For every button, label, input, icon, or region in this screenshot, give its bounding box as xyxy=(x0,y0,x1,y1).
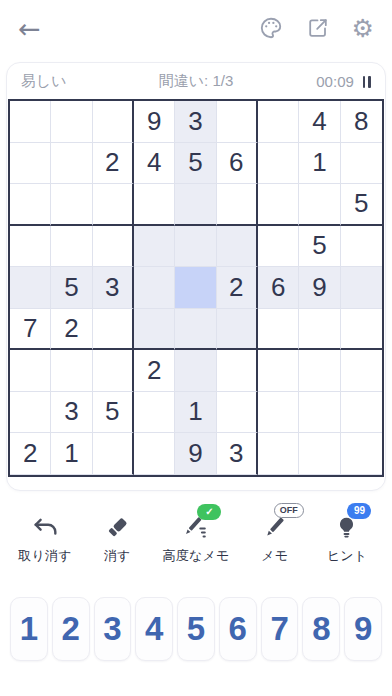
sudoku-cell[interactable]: 9 xyxy=(299,267,340,309)
numpad-key-4[interactable]: 4 xyxy=(135,597,173,661)
sudoku-cell[interactable]: 2 xyxy=(134,350,175,392)
numpad-key-1[interactable]: 1 xyxy=(10,597,48,661)
theme-palette-button[interactable] xyxy=(258,15,284,41)
settings-button[interactable]: ⚙ xyxy=(352,16,374,41)
eraser-icon xyxy=(105,513,130,540)
sudoku-cell[interactable] xyxy=(258,309,299,351)
sudoku-cell[interactable]: 6 xyxy=(258,267,299,309)
palette-icon xyxy=(258,15,284,41)
share-button[interactable] xyxy=(306,16,330,40)
sudoku-cell[interactable] xyxy=(217,309,258,351)
sudoku-cell[interactable]: 3 xyxy=(51,392,92,434)
sudoku-cell[interactable] xyxy=(134,392,175,434)
sudoku-cell[interactable]: 9 xyxy=(175,433,216,475)
sudoku-cell[interactable]: 3 xyxy=(175,101,216,143)
undo-button[interactable]: 取り消す xyxy=(16,507,74,565)
sudoku-cell[interactable]: 2 xyxy=(93,143,134,185)
sudoku-cell[interactable] xyxy=(51,184,92,226)
sudoku-cell[interactable] xyxy=(134,184,175,226)
sudoku-cell[interactable] xyxy=(341,226,382,268)
sudoku-cell[interactable] xyxy=(217,184,258,226)
sudoku-cell[interactable]: 6 xyxy=(217,143,258,185)
sudoku-cell[interactable] xyxy=(258,101,299,143)
pause-button[interactable] xyxy=(363,76,371,88)
sudoku-cell[interactable]: 8 xyxy=(341,101,382,143)
sudoku-cell[interactable] xyxy=(134,267,175,309)
sudoku-cell[interactable]: 5 xyxy=(299,226,340,268)
gear-icon: ⚙ xyxy=(352,16,374,41)
sudoku-cell[interactable]: 4 xyxy=(299,101,340,143)
sudoku-cell[interactable] xyxy=(258,184,299,226)
sudoku-cell[interactable] xyxy=(175,267,216,309)
hint-label: ヒント xyxy=(327,547,368,565)
app-bar: ← ⚙ xyxy=(0,0,392,56)
sudoku-cell[interactable] xyxy=(299,309,340,351)
sudoku-cell[interactable] xyxy=(10,267,51,309)
sudoku-cell[interactable]: 1 xyxy=(51,433,92,475)
numpad-key-9[interactable]: 9 xyxy=(344,597,382,661)
sudoku-cell[interactable] xyxy=(10,101,51,143)
sudoku-cell[interactable] xyxy=(51,226,92,268)
numpad-key-2[interactable]: 2 xyxy=(52,597,90,661)
hint-count-badge: 99 xyxy=(347,503,371,519)
sudoku-cell[interactable] xyxy=(51,101,92,143)
sudoku-cell[interactable]: 7 xyxy=(10,309,51,351)
sudoku-cell[interactable] xyxy=(134,433,175,475)
sudoku-cell[interactable] xyxy=(341,309,382,351)
sudoku-cell[interactable] xyxy=(258,226,299,268)
sudoku-cell[interactable] xyxy=(10,226,51,268)
sudoku-cell[interactable] xyxy=(93,350,134,392)
sudoku-cell[interactable] xyxy=(93,184,134,226)
sudoku-cell[interactable] xyxy=(217,226,258,268)
sudoku-cell[interactable] xyxy=(10,143,51,185)
memo-button[interactable]: OFF メモ xyxy=(246,507,304,565)
advanced-memo-on-badge: ✓ xyxy=(197,504,221,520)
sudoku-cell[interactable] xyxy=(341,350,382,392)
timer-group: 00:09 xyxy=(254,73,371,90)
sudoku-cell[interactable]: 5 xyxy=(51,267,92,309)
numpad-key-7[interactable]: 7 xyxy=(261,597,299,661)
sudoku-cell[interactable] xyxy=(341,143,382,185)
sudoku-cell[interactable] xyxy=(299,392,340,434)
sudoku-cell[interactable] xyxy=(93,101,134,143)
status-row: 易しい 間違い: 1/3 00:09 xyxy=(7,63,385,99)
sudoku-cell[interactable]: 2 xyxy=(10,433,51,475)
erase-label: 消す xyxy=(104,547,131,565)
sudoku-app-screen: ← ⚙ xyxy=(0,0,392,696)
sudoku-cell[interactable] xyxy=(258,143,299,185)
sudoku-cell[interactable]: 1 xyxy=(299,143,340,185)
memo-off-badge: OFF xyxy=(274,503,304,518)
sudoku-cell[interactable]: 3 xyxy=(93,267,134,309)
sudoku-cell[interactable]: 1 xyxy=(175,392,216,434)
sudoku-cell[interactable] xyxy=(134,226,175,268)
erase-button[interactable]: 消す xyxy=(88,507,146,565)
sudoku-grid: 93482456155532697223512193 xyxy=(8,99,384,477)
numpad-key-6[interactable]: 6 xyxy=(219,597,257,661)
undo-icon xyxy=(32,513,59,540)
hint-button[interactable]: 99 ヒント xyxy=(318,507,376,565)
sudoku-cell[interactable] xyxy=(51,350,92,392)
sudoku-cell[interactable] xyxy=(93,226,134,268)
sudoku-cell[interactable] xyxy=(258,392,299,434)
sudoku-cell[interactable] xyxy=(93,433,134,475)
sudoku-cell[interactable] xyxy=(258,350,299,392)
sudoku-cell[interactable] xyxy=(341,433,382,475)
sudoku-cell[interactable]: 2 xyxy=(217,267,258,309)
numpad-key-5[interactable]: 5 xyxy=(177,597,215,661)
sudoku-cell[interactable] xyxy=(134,309,175,351)
timer-label: 00:09 xyxy=(316,73,354,90)
sudoku-cell[interactable] xyxy=(217,350,258,392)
advanced-memo-button[interactable]: ✓ 高度なメモ xyxy=(161,507,232,565)
sudoku-cell[interactable] xyxy=(299,350,340,392)
sudoku-cell[interactable] xyxy=(175,309,216,351)
sudoku-cell[interactable]: 4 xyxy=(134,143,175,185)
sudoku-cell[interactable] xyxy=(341,392,382,434)
toolbar: 取り消す 消す xyxy=(0,507,392,565)
appbar-icons: ⚙ xyxy=(258,15,374,41)
sudoku-cell[interactable] xyxy=(299,184,340,226)
numpad-key-8[interactable]: 8 xyxy=(302,597,340,661)
sudoku-cell[interactable] xyxy=(299,433,340,475)
sudoku-cell[interactable]: 5 xyxy=(93,392,134,434)
sudoku-cell[interactable] xyxy=(175,226,216,268)
memo-label: メモ xyxy=(261,547,288,565)
share-icon xyxy=(306,16,330,40)
numpad-key-3[interactable]: 3 xyxy=(94,597,132,661)
sudoku-cell[interactable] xyxy=(341,267,382,309)
sudoku-cell[interactable]: 5 xyxy=(175,143,216,185)
sudoku-cell[interactable] xyxy=(10,184,51,226)
sudoku-cell[interactable]: 5 xyxy=(341,184,382,226)
memo-pencil-icon: OFF xyxy=(262,513,288,540)
advanced-memo-label: 高度なメモ xyxy=(163,547,230,565)
sudoku-cell[interactable] xyxy=(258,433,299,475)
sudoku-cell[interactable]: 9 xyxy=(134,101,175,143)
sudoku-cell[interactable] xyxy=(217,392,258,434)
pause-icon xyxy=(363,76,366,88)
game-card: 易しい 間違い: 1/3 00:09 934824561555326972235… xyxy=(6,62,386,491)
sudoku-cell[interactable] xyxy=(217,101,258,143)
sudoku-cell[interactable]: 3 xyxy=(217,433,258,475)
sudoku-cell[interactable] xyxy=(175,350,216,392)
mistakes-label: 間違い: 1/3 xyxy=(138,72,255,91)
difficulty-label: 易しい xyxy=(21,72,138,91)
sudoku-cell[interactable] xyxy=(10,392,51,434)
back-button[interactable]: ← xyxy=(18,15,41,42)
sudoku-cell[interactable] xyxy=(10,350,51,392)
undo-label: 取り消す xyxy=(18,547,71,565)
sudoku-cell[interactable] xyxy=(93,309,134,351)
hint-bulb-icon: 99 xyxy=(334,513,359,540)
advanced-memo-icon: ✓ xyxy=(182,513,209,540)
sudoku-cell[interactable]: 2 xyxy=(51,309,92,351)
number-pad: 123456789 xyxy=(0,597,392,661)
sudoku-cell[interactable] xyxy=(51,143,92,185)
sudoku-cell[interactable] xyxy=(175,184,216,226)
